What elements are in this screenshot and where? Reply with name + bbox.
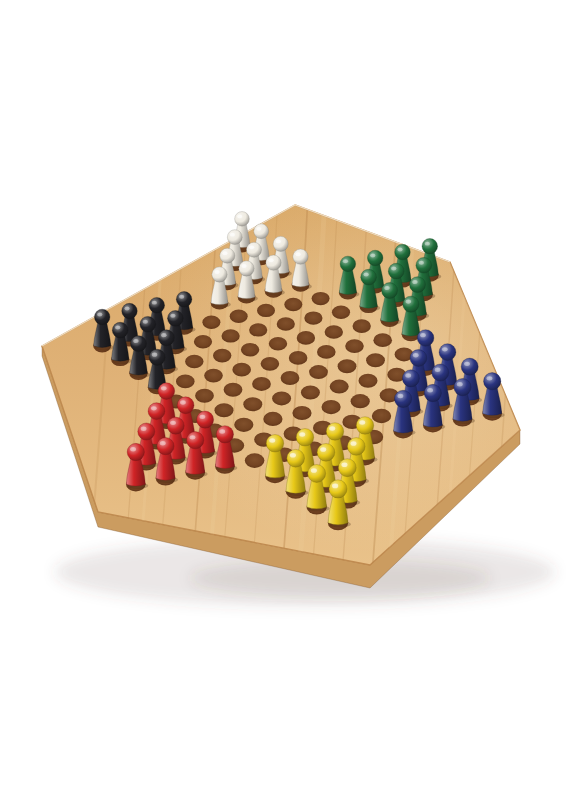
product-photo-chinese-checkers xyxy=(0,0,587,800)
peg-highlight xyxy=(442,347,448,351)
hole-r9-c5[interactable] xyxy=(301,386,320,400)
peg-head xyxy=(227,230,242,245)
peg-highlight xyxy=(276,239,281,243)
hole-r8-c3[interactable] xyxy=(252,377,271,391)
hole-r12-c4[interactable] xyxy=(245,453,265,468)
peg-highlight xyxy=(311,468,317,473)
hole-r8-c6[interactable] xyxy=(338,359,357,373)
hole-r7-c1[interactable] xyxy=(176,375,195,389)
peg-head xyxy=(329,480,347,498)
peg-head xyxy=(122,303,138,318)
peg-highlight xyxy=(427,388,433,392)
peg-highlight xyxy=(143,320,148,324)
peg-highlight xyxy=(199,415,205,419)
peg-highlight xyxy=(152,301,157,305)
peg-head xyxy=(216,426,233,443)
peg-highlight xyxy=(269,438,275,442)
hole-r9-c6[interactable] xyxy=(330,380,349,394)
hole-r4-c8[interactable] xyxy=(312,292,330,305)
peg-highlight xyxy=(299,432,305,436)
hole-r7-c7[interactable] xyxy=(345,339,364,353)
hole-r7-c3[interactable] xyxy=(232,363,251,377)
peg-highlight xyxy=(237,215,242,219)
peg-head xyxy=(131,336,147,352)
peg-head xyxy=(168,310,184,326)
peg-highlight xyxy=(295,252,300,256)
peg-head xyxy=(454,378,471,395)
peg-head xyxy=(167,417,184,434)
peg-highlight xyxy=(397,394,403,398)
hole-r6-c5[interactable] xyxy=(269,337,287,351)
peg-head xyxy=(197,411,214,428)
peg-head xyxy=(157,437,174,454)
hole-r5-c7[interactable] xyxy=(304,311,322,324)
peg-highlight xyxy=(180,400,186,404)
peg-highlight xyxy=(249,245,254,249)
peg-highlight xyxy=(350,441,356,446)
hole-r8-c1[interactable] xyxy=(195,389,214,403)
peg-highlight xyxy=(405,373,411,377)
peg-head xyxy=(246,242,261,257)
peg-head xyxy=(287,449,305,467)
hole-r9-c2[interactable] xyxy=(215,403,234,417)
hole-r5-c6[interactable] xyxy=(277,317,295,330)
peg-head xyxy=(388,263,404,279)
peg-head xyxy=(158,383,175,400)
peg-head xyxy=(266,435,283,453)
peg-highlight xyxy=(413,353,419,357)
peg-highlight xyxy=(130,447,136,451)
peg-head xyxy=(127,443,144,460)
peg-head xyxy=(326,423,343,441)
hole-r10-c7[interactable] xyxy=(351,394,370,408)
hole-r6-c3[interactable] xyxy=(213,349,231,363)
peg-head xyxy=(293,249,308,264)
peg-highlight xyxy=(190,435,196,439)
hole-r4-c4[interactable] xyxy=(202,316,220,329)
hole-r4-c6[interactable] xyxy=(257,304,275,317)
hole-r10-c4[interactable] xyxy=(263,412,282,426)
peg-highlight xyxy=(256,227,261,231)
peg-highlight xyxy=(179,295,184,299)
hole-r8-c4[interactable] xyxy=(281,371,300,385)
peg-head xyxy=(266,255,281,270)
peg-highlight xyxy=(161,333,166,337)
peg-head xyxy=(340,256,356,271)
peg-highlight xyxy=(230,233,235,237)
peg-head xyxy=(347,438,365,456)
peg-head xyxy=(317,443,335,461)
peg-head xyxy=(149,297,165,312)
peg-head xyxy=(254,224,269,239)
peg-head xyxy=(138,423,155,440)
peg-highlight xyxy=(115,326,120,330)
peg-head xyxy=(439,344,456,361)
peg-highlight xyxy=(170,314,175,318)
peg-highlight xyxy=(222,251,227,255)
peg-head xyxy=(239,261,254,276)
hole-r9-c3[interactable] xyxy=(243,397,262,411)
peg-highlight xyxy=(124,307,129,311)
peg-head xyxy=(417,330,434,347)
peg-head xyxy=(140,316,156,332)
peg-highlight xyxy=(397,248,402,252)
peg-head xyxy=(367,250,383,265)
peg-head xyxy=(394,390,411,407)
peg-head xyxy=(361,269,377,285)
peg-head xyxy=(402,370,419,387)
hole-r6-c7[interactable] xyxy=(325,325,343,339)
peg-head xyxy=(148,403,165,420)
peg-head xyxy=(220,248,235,263)
hole-r6-c8[interactable] xyxy=(353,319,371,333)
peg-highlight xyxy=(161,386,167,390)
hole-r7-c4[interactable] xyxy=(261,357,280,371)
hole-r10-c5[interactable] xyxy=(292,406,311,420)
hole-r9-c7[interactable] xyxy=(359,374,378,388)
peg-head xyxy=(382,283,398,299)
hole-r5-c4[interactable] xyxy=(222,329,240,342)
peg-highlight xyxy=(268,258,273,262)
hole-r7-c6[interactable] xyxy=(317,345,336,359)
hole-r5-c5[interactable] xyxy=(249,323,267,336)
peg-highlight xyxy=(406,299,412,303)
peg-highlight xyxy=(464,362,470,366)
hole-r7-c2[interactable] xyxy=(204,369,223,383)
peg-head xyxy=(395,244,411,259)
peg-highlight xyxy=(97,312,102,316)
peg-highlight xyxy=(487,376,493,380)
peg-highlight xyxy=(141,427,147,431)
peg-highlight xyxy=(214,270,219,274)
peg-head xyxy=(424,384,441,401)
hole-r6-c6[interactable] xyxy=(297,331,315,345)
peg-highlight xyxy=(152,353,158,357)
peg-head xyxy=(296,429,313,447)
peg-head xyxy=(212,267,227,282)
peg-highlight xyxy=(419,261,424,265)
peg-head xyxy=(112,322,128,338)
peg-highlight xyxy=(363,273,368,277)
peg-highlight xyxy=(151,406,157,410)
peg-highlight xyxy=(425,242,430,246)
peg-head xyxy=(273,236,288,251)
peg-highlight xyxy=(412,280,417,284)
peg-head xyxy=(410,350,427,367)
peg-highlight xyxy=(290,453,296,458)
chinese-checkers-board xyxy=(0,0,587,800)
peg-highlight xyxy=(391,267,396,271)
peg-head xyxy=(338,459,356,477)
hole-r8-c7[interactable] xyxy=(366,353,385,367)
peg-highlight xyxy=(320,447,326,452)
peg-head xyxy=(308,464,326,482)
peg-highlight xyxy=(332,484,338,489)
peg-highlight xyxy=(435,368,441,372)
peg-head xyxy=(177,397,194,414)
peg-head xyxy=(356,417,373,435)
hole-r4-c5[interactable] xyxy=(230,310,248,323)
peg-head xyxy=(176,292,192,307)
peg-head xyxy=(187,432,204,449)
peg-head xyxy=(94,309,110,324)
peg-highlight xyxy=(359,420,365,424)
peg-highlight xyxy=(160,441,166,445)
hole-r6-c2[interactable] xyxy=(185,355,203,369)
peg-highlight xyxy=(241,264,246,268)
peg-highlight xyxy=(341,462,347,467)
hole-r7-c8[interactable] xyxy=(373,333,392,347)
peg-head xyxy=(461,358,478,375)
peg-head xyxy=(422,238,438,253)
peg-head xyxy=(484,373,501,390)
peg-highlight xyxy=(133,339,138,343)
hole-r11-c8[interactable] xyxy=(372,409,391,423)
peg-highlight xyxy=(457,382,463,386)
peg-highlight xyxy=(370,253,375,257)
peg-highlight xyxy=(343,259,348,263)
peg-head xyxy=(158,330,174,346)
peg-highlight xyxy=(329,426,335,430)
hole-r5-c3[interactable] xyxy=(194,335,212,348)
peg-highlight xyxy=(170,421,176,425)
hole-r10-c6[interactable] xyxy=(322,400,341,414)
hole-r4-c7[interactable] xyxy=(284,298,302,311)
hole-r8-c5[interactable] xyxy=(309,365,328,379)
hole-r9-c4[interactable] xyxy=(272,391,291,405)
peg-highlight xyxy=(420,333,426,337)
peg-head xyxy=(235,212,250,227)
peg-highlight xyxy=(384,286,389,290)
peg-head xyxy=(149,349,165,365)
hole-r8-c2[interactable] xyxy=(224,383,243,397)
peg-head xyxy=(410,277,426,293)
peg-head xyxy=(403,296,419,312)
hole-r5-c8[interactable] xyxy=(332,306,350,319)
hole-r6-c4[interactable] xyxy=(241,343,259,357)
hole-r7-c5[interactable] xyxy=(289,351,308,365)
peg-highlight xyxy=(219,429,225,433)
peg-head xyxy=(432,364,449,381)
hole-r10-c3[interactable] xyxy=(234,418,253,432)
peg-head xyxy=(416,257,432,273)
